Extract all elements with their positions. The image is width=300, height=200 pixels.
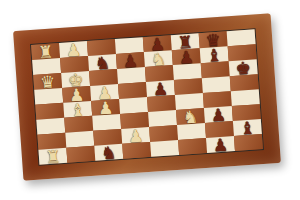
chess-board-frame: ♜♟♟♜♛♞♟♞♟♝♛♚♚♟♟♟♝♟♞♟♟♝♜♞♟ (13, 13, 281, 181)
white-rook-h1[interactable]: ♜ (38, 147, 67, 167)
chess-board: ♜♟♟♜♛♞♟♞♟♝♛♚♚♟♟♟♝♟♞♟♟♝♜♞♟ (30, 28, 264, 165)
square-h6[interactable] (178, 138, 207, 155)
square-h1[interactable]: ♜ (38, 148, 67, 165)
square-h4[interactable] (122, 142, 151, 159)
black-pawn-h7[interactable]: ♟ (206, 135, 235, 155)
square-h7[interactable]: ♟ (206, 136, 235, 153)
square-h3[interactable]: ♞ (94, 144, 123, 161)
square-h2[interactable] (66, 146, 95, 163)
black-knight-h3[interactable]: ♞ (94, 143, 123, 163)
chess-photo-scene: ♜♟♟♜♛♞♟♞♟♝♛♚♚♟♟♟♝♟♞♟♟♝♜♞♟ (0, 0, 300, 200)
square-h5[interactable] (150, 140, 179, 157)
square-h8[interactable] (234, 134, 263, 151)
